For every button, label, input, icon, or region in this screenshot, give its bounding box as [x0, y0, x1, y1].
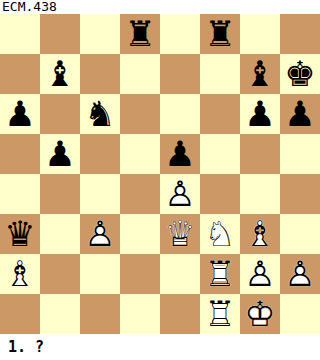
square-e1[interactable]	[160, 294, 200, 334]
piece-black-rook: ♜	[120, 14, 160, 54]
square-c8[interactable]	[80, 14, 120, 54]
square-f7[interactable]	[200, 54, 240, 94]
square-a2[interactable]: ♝♗	[0, 254, 40, 294]
piece-white-pawn: ♟♙	[240, 254, 280, 294]
square-a5[interactable]	[0, 134, 40, 174]
square-g1[interactable]: ♚♔	[240, 294, 280, 334]
piece-black-pawn: ♟	[240, 94, 280, 134]
square-g2[interactable]: ♟♙	[240, 254, 280, 294]
square-d3[interactable]	[120, 214, 160, 254]
square-c5[interactable]	[80, 134, 120, 174]
square-h4[interactable]	[280, 174, 320, 214]
square-f6[interactable]	[200, 94, 240, 134]
square-b1[interactable]	[40, 294, 80, 334]
piece-white-pawn: ♟♙	[160, 174, 200, 214]
square-d5[interactable]	[120, 134, 160, 174]
square-c6[interactable]: ♞	[80, 94, 120, 134]
square-h5[interactable]	[280, 134, 320, 174]
puzzle-id: ECM.438	[0, 0, 320, 14]
square-b3[interactable]	[40, 214, 80, 254]
piece-black-pawn: ♟	[40, 134, 80, 174]
square-d4[interactable]	[120, 174, 160, 214]
piece-white-pawn: ♟♙	[80, 214, 120, 254]
square-f5[interactable]	[200, 134, 240, 174]
square-e7[interactable]	[160, 54, 200, 94]
square-h3[interactable]	[280, 214, 320, 254]
square-a6[interactable]: ♟	[0, 94, 40, 134]
square-a3[interactable]: ♛	[0, 214, 40, 254]
piece-white-king: ♚♔	[240, 294, 280, 334]
square-g4[interactable]	[240, 174, 280, 214]
square-b5[interactable]: ♟	[40, 134, 80, 174]
piece-black-pawn: ♟	[160, 134, 200, 174]
square-e2[interactable]	[160, 254, 200, 294]
piece-white-knight: ♞♘	[200, 214, 240, 254]
square-e4[interactable]: ♟♙	[160, 174, 200, 214]
square-f3[interactable]: ♞♘	[200, 214, 240, 254]
piece-black-rook: ♜	[200, 14, 240, 54]
square-h8[interactable]	[280, 14, 320, 54]
piece-black-pawn: ♟	[0, 94, 40, 134]
piece-black-bishop: ♝	[240, 54, 280, 94]
chess-board: ♜♜♝♝♚♟♞♟♟♟♟♟♙♛♟♙♛♕♞♘♝♗♝♗♜♖♟♙♟♙♜♖♚♔	[0, 14, 320, 334]
square-h2[interactable]: ♟♙	[280, 254, 320, 294]
square-c4[interactable]	[80, 174, 120, 214]
square-b7[interactable]: ♝	[40, 54, 80, 94]
piece-black-queen: ♛	[0, 214, 40, 254]
piece-white-bishop: ♝♗	[240, 214, 280, 254]
square-h6[interactable]: ♟	[280, 94, 320, 134]
square-g8[interactable]	[240, 14, 280, 54]
square-b2[interactable]	[40, 254, 80, 294]
square-d1[interactable]	[120, 294, 160, 334]
square-a7[interactable]	[0, 54, 40, 94]
square-g3[interactable]: ♝♗	[240, 214, 280, 254]
square-g7[interactable]: ♝	[240, 54, 280, 94]
square-e3[interactable]: ♛♕	[160, 214, 200, 254]
square-g5[interactable]	[240, 134, 280, 174]
square-e5[interactable]: ♟	[160, 134, 200, 174]
piece-black-knight: ♞	[80, 94, 120, 134]
piece-white-pawn: ♟♙	[280, 254, 320, 294]
square-d7[interactable]	[120, 54, 160, 94]
square-f8[interactable]: ♜	[200, 14, 240, 54]
square-e8[interactable]	[160, 14, 200, 54]
square-d6[interactable]	[120, 94, 160, 134]
square-c2[interactable]	[80, 254, 120, 294]
piece-black-pawn: ♟	[280, 94, 320, 134]
square-b4[interactable]	[40, 174, 80, 214]
square-d8[interactable]: ♜	[120, 14, 160, 54]
square-d2[interactable]	[120, 254, 160, 294]
square-g6[interactable]: ♟	[240, 94, 280, 134]
square-h7[interactable]: ♚	[280, 54, 320, 94]
square-a8[interactable]	[0, 14, 40, 54]
square-c1[interactable]	[80, 294, 120, 334]
piece-black-bishop: ♝	[40, 54, 80, 94]
square-a4[interactable]	[0, 174, 40, 214]
piece-black-king: ♚	[280, 54, 320, 94]
square-c3[interactable]: ♟♙	[80, 214, 120, 254]
piece-white-rook: ♜♖	[200, 254, 240, 294]
piece-white-rook: ♜♖	[200, 294, 240, 334]
square-f2[interactable]: ♜♖	[200, 254, 240, 294]
square-b6[interactable]	[40, 94, 80, 134]
piece-white-queen: ♛♕	[160, 214, 200, 254]
move-prompt: 1. ?	[0, 334, 320, 360]
piece-white-bishop: ♝♗	[0, 254, 40, 294]
square-c7[interactable]	[80, 54, 120, 94]
square-e6[interactable]	[160, 94, 200, 134]
square-b8[interactable]	[40, 14, 80, 54]
square-a1[interactable]	[0, 294, 40, 334]
square-f4[interactable]	[200, 174, 240, 214]
square-h1[interactable]	[280, 294, 320, 334]
square-f1[interactable]: ♜♖	[200, 294, 240, 334]
